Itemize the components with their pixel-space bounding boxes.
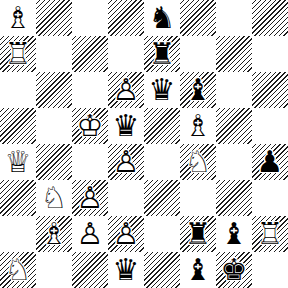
square-a5[interactable]	[0, 108, 36, 144]
square-e7[interactable]: ♜♜	[144, 36, 180, 72]
square-f1[interactable]: ♝♝	[180, 252, 216, 288]
square-g4[interactable]	[216, 144, 252, 180]
piece-glyph: ♚	[221, 252, 248, 288]
square-g2[interactable]: ♝♝	[216, 216, 252, 252]
square-b5[interactable]	[36, 108, 72, 144]
piece-glyph: ♔	[77, 108, 104, 144]
piece-glyph: ♞	[149, 0, 176, 36]
white-queen-a4: ♛♕	[0, 144, 36, 180]
white-pawn-d2: ♟♙	[108, 216, 144, 252]
white-bishop-f5: ♝♗	[180, 108, 216, 144]
square-d8[interactable]	[108, 0, 144, 36]
black-queen-d5: ♛♛	[108, 108, 144, 144]
square-f3[interactable]	[180, 180, 216, 216]
piece-glyph: ♗	[41, 216, 68, 252]
square-b2[interactable]: ♝♗	[36, 216, 72, 252]
square-a6[interactable]	[0, 72, 36, 108]
square-e2[interactable]	[144, 216, 180, 252]
piece-glyph: ♘	[185, 144, 212, 180]
square-c8[interactable]	[72, 0, 108, 36]
square-h8[interactable]	[252, 0, 288, 36]
square-e6[interactable]: ♛♛	[144, 72, 180, 108]
piece-glyph: ♛	[149, 72, 176, 108]
piece-glyph: ♜	[149, 36, 176, 72]
square-d5[interactable]: ♛♛	[108, 108, 144, 144]
square-d2[interactable]: ♟♙	[108, 216, 144, 252]
square-f2[interactable]: ♜♜	[180, 216, 216, 252]
square-a7[interactable]: ♜♖	[0, 36, 36, 72]
square-g8[interactable]	[216, 0, 252, 36]
square-g7[interactable]	[216, 36, 252, 72]
square-b1[interactable]	[36, 252, 72, 288]
square-h1[interactable]	[252, 252, 288, 288]
piece-glyph: ♘	[5, 252, 32, 288]
black-rook-e7: ♜♜	[144, 36, 180, 72]
square-f5[interactable]: ♝♗	[180, 108, 216, 144]
square-h7[interactable]	[252, 36, 288, 72]
square-e8[interactable]: ♞♞	[144, 0, 180, 36]
square-a4[interactable]: ♛♕	[0, 144, 36, 180]
piece-glyph: ♕	[5, 144, 32, 180]
white-pawn-d4: ♟♙	[108, 144, 144, 180]
white-knight-a1: ♞♘	[0, 252, 36, 288]
square-e1[interactable]	[144, 252, 180, 288]
square-a1[interactable]: ♞♘	[0, 252, 36, 288]
piece-glyph: ♟	[257, 144, 284, 180]
square-f6[interactable]: ♝♝	[180, 72, 216, 108]
piece-glyph: ♙	[77, 216, 104, 252]
square-d3[interactable]	[108, 180, 144, 216]
white-knight-f4: ♞♘	[180, 144, 216, 180]
black-queen-d1: ♛♛	[108, 252, 144, 288]
square-c1[interactable]	[72, 252, 108, 288]
square-d6[interactable]: ♟♙	[108, 72, 144, 108]
piece-glyph: ♗	[5, 0, 32, 36]
square-c5[interactable]: ♚♔	[72, 108, 108, 144]
white-pawn-c2: ♟♙	[72, 216, 108, 252]
square-g5[interactable]	[216, 108, 252, 144]
piece-glyph: ♙	[113, 216, 140, 252]
white-bishop-a8: ♝♗	[0, 0, 36, 36]
black-knight-e8: ♞♞	[144, 0, 180, 36]
piece-glyph: ♛	[113, 108, 140, 144]
piece-glyph: ♜	[185, 216, 212, 252]
square-d1[interactable]: ♛♛	[108, 252, 144, 288]
square-h6[interactable]	[252, 72, 288, 108]
piece-glyph: ♙	[113, 72, 140, 108]
white-pawn-d6: ♟♙	[108, 72, 144, 108]
chess-board: ♝♗♞♞♜♖♜♜♟♙♛♛♝♝♚♔♛♛♝♗♛♕♟♙♞♘♟♟♞♘♟♙♝♗♟♙♟♙♜♜…	[0, 0, 288, 288]
square-d4[interactable]: ♟♙	[108, 144, 144, 180]
square-b3[interactable]: ♞♘	[36, 180, 72, 216]
square-e3[interactable]	[144, 180, 180, 216]
square-g6[interactable]	[216, 72, 252, 108]
black-bishop-f1: ♝♝	[180, 252, 216, 288]
square-h5[interactable]	[252, 108, 288, 144]
white-rook-h2: ♜♖	[252, 216, 288, 252]
piece-glyph: ♖	[257, 216, 284, 252]
piece-glyph: ♙	[77, 180, 104, 216]
piece-glyph: ♙	[113, 144, 140, 180]
square-e4[interactable]	[144, 144, 180, 180]
square-g1[interactable]: ♚♚	[216, 252, 252, 288]
square-b4[interactable]	[36, 144, 72, 180]
square-a2[interactable]	[0, 216, 36, 252]
square-h3[interactable]	[252, 180, 288, 216]
black-rook-f2: ♜♜	[180, 216, 216, 252]
square-e5[interactable]	[144, 108, 180, 144]
black-bishop-g2: ♝♝	[216, 216, 252, 252]
square-b7[interactable]	[36, 36, 72, 72]
square-c7[interactable]	[72, 36, 108, 72]
square-a3[interactable]	[0, 180, 36, 216]
square-c2[interactable]: ♟♙	[72, 216, 108, 252]
black-king-g1: ♚♚	[216, 252, 252, 288]
white-rook-a7: ♜♖	[0, 36, 36, 72]
square-b6[interactable]	[36, 72, 72, 108]
square-c3[interactable]: ♟♙	[72, 180, 108, 216]
square-f7[interactable]	[180, 36, 216, 72]
square-d7[interactable]	[108, 36, 144, 72]
square-c4[interactable]	[72, 144, 108, 180]
white-pawn-c3: ♟♙	[72, 180, 108, 216]
piece-glyph: ♝	[221, 216, 248, 252]
white-bishop-b2: ♝♗	[36, 216, 72, 252]
square-b8[interactable]	[36, 0, 72, 36]
piece-glyph: ♗	[185, 108, 212, 144]
chess-diagram: ♝♗♞♞♜♖♜♜♟♙♛♛♝♝♚♔♛♛♝♗♛♕♟♙♞♘♟♟♞♘♟♙♝♗♟♙♟♙♜♜…	[0, 0, 288, 288]
square-f8[interactable]	[180, 0, 216, 36]
piece-glyph: ♝	[185, 252, 212, 288]
black-bishop-f6: ♝♝	[180, 72, 216, 108]
square-g3[interactable]	[216, 180, 252, 216]
square-a8[interactable]: ♝♗	[0, 0, 36, 36]
piece-glyph: ♛	[113, 252, 140, 288]
piece-glyph: ♝	[185, 72, 212, 108]
square-h4[interactable]: ♟♟	[252, 144, 288, 180]
black-queen-e6: ♛♛	[144, 72, 180, 108]
black-pawn-h4: ♟♟	[252, 144, 288, 180]
white-knight-b3: ♞♘	[36, 180, 72, 216]
square-h2[interactable]: ♜♖	[252, 216, 288, 252]
square-f4[interactable]: ♞♘	[180, 144, 216, 180]
square-c6[interactable]	[72, 72, 108, 108]
piece-glyph: ♘	[41, 180, 68, 216]
piece-glyph: ♖	[5, 36, 32, 72]
white-king-c5: ♚♔	[72, 108, 108, 144]
